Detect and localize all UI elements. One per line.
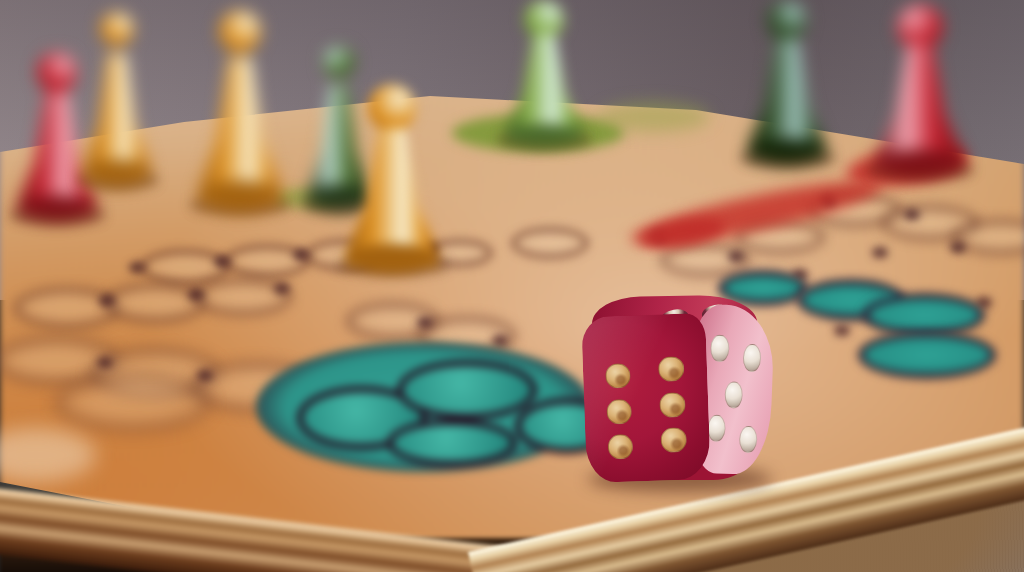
pawn-head	[37, 52, 78, 93]
photo-scene	[0, 0, 1024, 572]
board-link-dot	[197, 370, 213, 381]
pawn-base	[85, 160, 148, 187]
board-space-ring	[140, 249, 230, 285]
die-front-face	[581, 312, 711, 482]
pawn-base	[878, 150, 962, 177]
board-link-dot	[293, 249, 309, 260]
die-right-pip	[739, 426, 758, 454]
die-right-pip	[743, 344, 762, 372]
pawn-yellow-2	[84, 12, 150, 182]
die-front-pip	[659, 392, 685, 418]
pawn-head	[368, 84, 416, 132]
board-link-dot	[728, 251, 744, 262]
die-right-pip	[711, 335, 730, 363]
board-link-dot	[214, 256, 230, 267]
pawn-head	[524, 0, 564, 40]
teal-home-circle	[397, 360, 537, 420]
board-link-dot	[188, 289, 204, 300]
die-front-pip	[605, 362, 631, 388]
die-right-pip	[707, 414, 726, 442]
board-link-dot	[99, 295, 115, 306]
pawn-yellow-5	[346, 84, 438, 268]
pawn-head	[100, 12, 134, 46]
painted-path-mark	[598, 102, 710, 132]
board-link-dot	[417, 317, 433, 328]
red-die	[584, 296, 772, 482]
die-front-pip	[606, 399, 632, 425]
pawn-red-8	[876, 4, 964, 172]
teal-home-area	[256, 342, 592, 472]
board-link-dot	[274, 283, 290, 294]
pawn-head	[897, 4, 943, 50]
board-space-ring	[56, 375, 210, 431]
pawn-base	[201, 181, 280, 213]
board-space-ring	[511, 227, 589, 259]
die-front-pip	[660, 426, 686, 452]
teal-circle-right	[858, 331, 996, 379]
board-space-ring	[14, 287, 120, 329]
board-link-dot	[834, 325, 850, 336]
pawn-head	[219, 10, 262, 53]
die-front-pip	[607, 433, 633, 459]
die-front-pip	[658, 355, 684, 381]
pawn-head	[767, 0, 808, 41]
pawn-yellow-3	[199, 10, 281, 207]
board-link-dot	[950, 242, 966, 253]
teal-home-circle	[387, 419, 517, 467]
pawn-deepgreen-7	[748, 0, 826, 160]
pawn-base	[348, 244, 436, 273]
pawn-green-6	[506, 0, 582, 142]
board-link-dot	[904, 209, 920, 220]
board-link-dot	[97, 357, 113, 368]
board-link-dot	[492, 335, 508, 346]
board-link-dot	[129, 262, 145, 273]
pawn-base	[750, 139, 825, 165]
pawn-head	[323, 46, 355, 78]
board-link-dot	[872, 247, 888, 258]
pawn-base	[20, 196, 95, 222]
die-right-pip	[724, 381, 743, 409]
